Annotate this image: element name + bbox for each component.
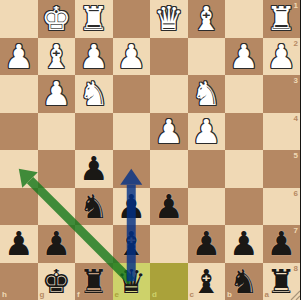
square-a6[interactable]: 6 — [263, 188, 301, 226]
square-h5[interactable] — [0, 150, 38, 188]
rank-label-1: 1 — [294, 1, 298, 10]
square-c8[interactable]: ♝c — [188, 263, 226, 300]
square-g4[interactable] — [38, 113, 76, 151]
rank-label-2: 2 — [294, 39, 298, 48]
piece-white-bishop[interactable]: ♝ — [191, 0, 221, 38]
square-d3[interactable] — [150, 75, 188, 113]
file-label-c: c — [190, 290, 194, 299]
square-e3[interactable] — [113, 75, 151, 113]
square-g1[interactable]: ♚ — [38, 0, 76, 38]
piece-white-pawn[interactable]: ♟ — [266, 38, 296, 76]
piece-white-pawn[interactable]: ♟ — [191, 113, 221, 151]
piece-black-pawn[interactable]: ♟ — [154, 188, 184, 226]
square-a3[interactable]: 3 — [263, 75, 301, 113]
piece-black-rook[interactable]: ♜ — [79, 263, 109, 300]
rank-label-6: 6 — [294, 189, 298, 198]
chess-board-screenshot: ♚♜♛♝♜1♟♝♟♟♟♟2♟♞♞3♟♟4♟5♞♟♟6♟♟♝♟♟♟7h♚g♜f♛e… — [0, 0, 300, 300]
square-c7[interactable]: ♟ — [188, 225, 226, 263]
piece-white-pawn[interactable]: ♟ — [79, 38, 109, 76]
piece-white-rook[interactable]: ♜ — [79, 0, 109, 38]
square-b7[interactable]: ♟ — [225, 225, 263, 263]
square-d8[interactable]: d — [150, 263, 188, 300]
piece-white-knight[interactable]: ♞ — [191, 75, 221, 113]
square-f8[interactable]: ♜f — [75, 263, 113, 300]
piece-black-pawn[interactable]: ♟ — [4, 225, 34, 263]
square-b6[interactable] — [225, 188, 263, 226]
square-f1[interactable]: ♜ — [75, 0, 113, 38]
square-h2[interactable]: ♟ — [0, 38, 38, 76]
square-c5[interactable] — [188, 150, 226, 188]
square-d1[interactable]: ♛ — [150, 0, 188, 38]
piece-black-bishop[interactable]: ♝ — [116, 225, 146, 263]
square-e5[interactable] — [113, 150, 151, 188]
square-h8[interactable]: h — [0, 263, 38, 300]
square-h4[interactable] — [0, 113, 38, 151]
square-f3[interactable]: ♞ — [75, 75, 113, 113]
chess-board: ♚♜♛♝♜1♟♝♟♟♟♟2♟♞♞3♟♟4♟5♞♟♟6♟♟♝♟♟♟7h♚g♜f♛e… — [0, 0, 300, 300]
square-b5[interactable] — [225, 150, 263, 188]
square-a1[interactable]: ♜1 — [263, 0, 301, 38]
piece-white-queen[interactable]: ♛ — [154, 0, 184, 38]
square-h1[interactable] — [0, 0, 38, 38]
rank-label-3: 3 — [294, 76, 298, 85]
square-f5[interactable]: ♟ — [75, 150, 113, 188]
square-a2[interactable]: ♟2 — [263, 38, 301, 76]
square-g6[interactable] — [38, 188, 76, 226]
square-e7[interactable]: ♝ — [113, 225, 151, 263]
piece-black-knight[interactable]: ♞ — [79, 188, 109, 226]
file-label-e: e — [115, 290, 119, 299]
square-g5[interactable] — [38, 150, 76, 188]
square-b3[interactable] — [225, 75, 263, 113]
square-e1[interactable] — [113, 0, 151, 38]
piece-black-pawn[interactable]: ♟ — [229, 225, 259, 263]
square-g7[interactable]: ♟ — [38, 225, 76, 263]
piece-black-pawn[interactable]: ♟ — [266, 225, 296, 263]
square-g3[interactable]: ♟ — [38, 75, 76, 113]
piece-white-bishop[interactable]: ♝ — [41, 38, 71, 76]
square-g8[interactable]: ♚g — [38, 263, 76, 300]
rank-label-4: 4 — [294, 114, 298, 123]
piece-black-pawn[interactable]: ♟ — [191, 225, 221, 263]
file-label-a: a — [265, 290, 269, 299]
piece-black-queen[interactable]: ♛ — [116, 263, 146, 300]
square-h6[interactable] — [0, 188, 38, 226]
piece-white-rook[interactable]: ♜ — [266, 0, 296, 38]
square-f4[interactable] — [75, 113, 113, 151]
rank-label-7: 7 — [294, 226, 298, 235]
square-c6[interactable] — [188, 188, 226, 226]
square-d5[interactable] — [150, 150, 188, 188]
square-e4[interactable] — [113, 113, 151, 151]
square-d7[interactable] — [150, 225, 188, 263]
file-label-f: f — [77, 290, 80, 299]
piece-white-king[interactable]: ♚ — [41, 0, 71, 38]
square-b2[interactable]: ♟ — [225, 38, 263, 76]
square-e2[interactable]: ♟ — [113, 38, 151, 76]
file-label-d: d — [152, 290, 157, 299]
rank-label-5: 5 — [294, 151, 298, 160]
square-f6[interactable]: ♞ — [75, 188, 113, 226]
square-a4[interactable]: 4 — [263, 113, 301, 151]
square-e8[interactable]: ♛e — [113, 263, 151, 300]
piece-white-knight[interactable]: ♞ — [79, 75, 109, 113]
square-c1[interactable]: ♝ — [188, 0, 226, 38]
piece-white-pawn[interactable]: ♟ — [229, 38, 259, 76]
piece-white-pawn[interactable]: ♟ — [41, 75, 71, 113]
square-b8[interactable]: ♞b — [225, 263, 263, 300]
piece-white-pawn[interactable]: ♟ — [154, 113, 184, 151]
file-label-h: h — [2, 290, 7, 299]
square-c3[interactable]: ♞ — [188, 75, 226, 113]
board-resize-handle[interactable] — [288, 288, 300, 300]
square-c2[interactable] — [188, 38, 226, 76]
square-h3[interactable] — [0, 75, 38, 113]
file-label-b: b — [227, 290, 232, 299]
piece-black-pawn[interactable]: ♟ — [79, 150, 109, 188]
piece-black-pawn[interactable]: ♟ — [41, 225, 71, 263]
square-f7[interactable] — [75, 225, 113, 263]
square-h7[interactable]: ♟ — [0, 225, 38, 263]
square-c4[interactable]: ♟ — [188, 113, 226, 151]
square-d2[interactable] — [150, 38, 188, 76]
file-label-g: g — [40, 290, 45, 299]
square-a7[interactable]: ♟7 — [263, 225, 301, 263]
piece-black-pawn[interactable]: ♟ — [116, 188, 146, 226]
square-a5[interactable]: 5 — [263, 150, 301, 188]
square-e6[interactable]: ♟ — [113, 188, 151, 226]
piece-black-bishop[interactable]: ♝ — [191, 263, 221, 300]
piece-black-knight[interactable]: ♞ — [229, 263, 259, 300]
piece-white-pawn[interactable]: ♟ — [116, 38, 146, 76]
piece-black-king[interactable]: ♚ — [41, 263, 71, 300]
piece-white-pawn[interactable]: ♟ — [4, 38, 34, 76]
square-b4[interactable] — [225, 113, 263, 151]
rank-label-8: 8 — [294, 264, 298, 273]
square-g2[interactable]: ♝ — [38, 38, 76, 76]
square-b1[interactable] — [225, 0, 263, 38]
square-d4[interactable]: ♟ — [150, 113, 188, 151]
square-f2[interactable]: ♟ — [75, 38, 113, 76]
square-d6[interactable]: ♟ — [150, 188, 188, 226]
